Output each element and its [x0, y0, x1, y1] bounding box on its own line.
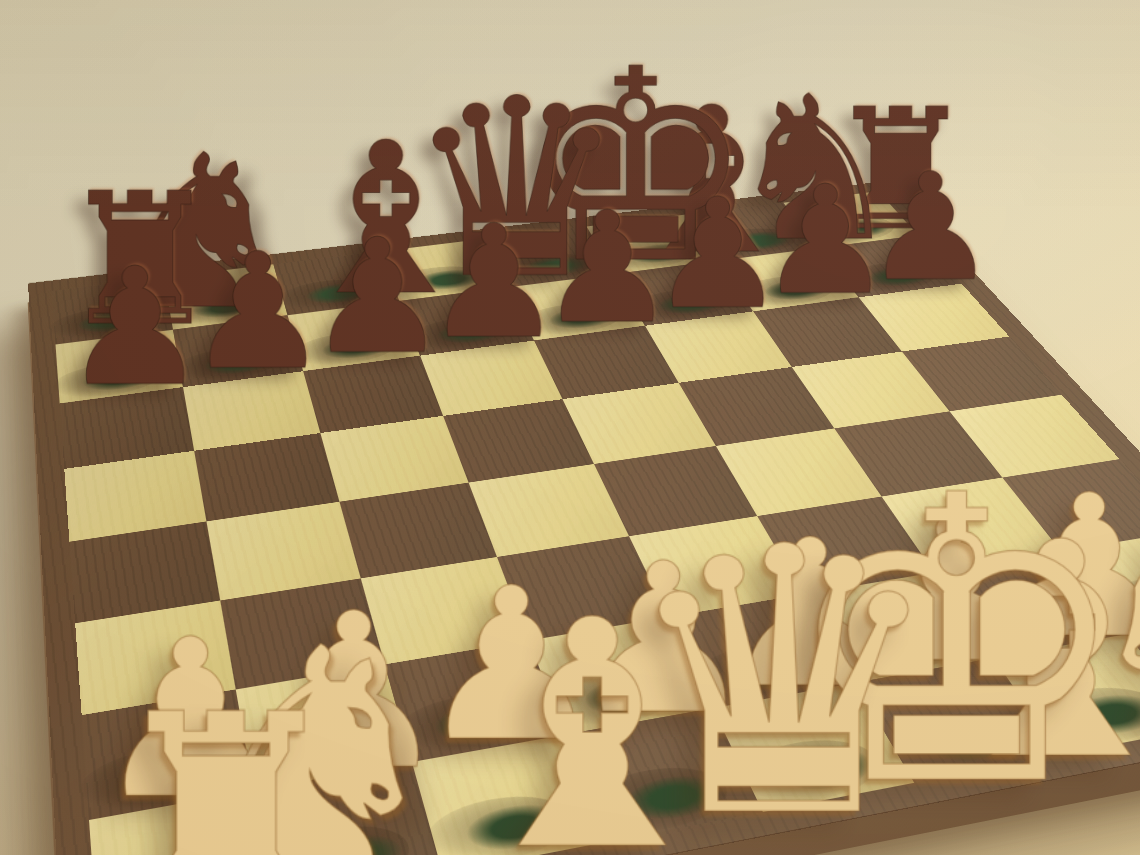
board-grid: ♜♞♝♛♚♝♞♜♟♟♟♟♟♟♟♟♟♟♟♟♟♟♟♟♜♞♝♛♚♝♞♜ [52, 191, 1140, 855]
square-a7[interactable]: ♟ [56, 329, 184, 403]
chess-board: ♜♞♝♛♚♝♞♜♟♟♟♟♟♟♟♟♟♟♟♟♟♟♟♟♜♞♝♛♚♝♞♜ [28, 180, 1140, 855]
piece-white-rook-a1[interactable]: ♜ [102, 677, 279, 855]
board-3d-scene: ♜♞♝♛♚♝♞♜♟♟♟♟♟♟♟♟♟♟♟♟♟♟♟♟♜♞♝♛♚♝♞♜ [0, 0, 1140, 855]
piece-black-pawn-a7[interactable]: ♟ [62, 245, 184, 408]
piece-white-bishop-c1[interactable]: ♝ [451, 578, 622, 855]
photo-scene: ♜♞♝♛♚♝♞♜♟♟♟♟♟♟♟♟♟♟♟♟♟♟♟♟♜♞♝♛♚♝♞♜ [0, 0, 1140, 855]
square-a1[interactable]: ♜ [89, 790, 273, 855]
